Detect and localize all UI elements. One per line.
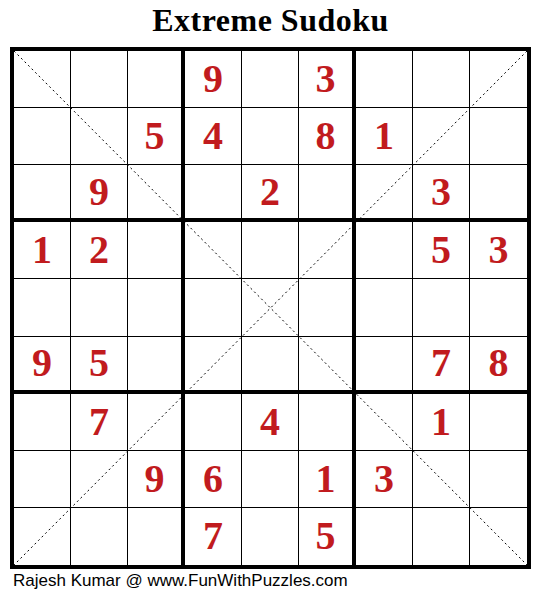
cell-r4c4-empty[interactable] bbox=[185, 222, 242, 279]
cell-r8c8-empty[interactable] bbox=[413, 451, 470, 508]
cell-r4c2-given[interactable]: 2 bbox=[71, 222, 128, 279]
cell-r6c1-given[interactable]: 9 bbox=[14, 337, 71, 394]
cell-r1c6-given[interactable]: 3 bbox=[299, 51, 356, 108]
cell-r2c2-empty[interactable] bbox=[71, 108, 128, 165]
cell-r1c5-empty[interactable] bbox=[242, 51, 299, 108]
puzzle-page: Extreme Sudoku 9354819231253957874196137… bbox=[0, 0, 541, 598]
cell-r1c2-empty[interactable] bbox=[71, 51, 128, 108]
cell-r1c8-empty[interactable] bbox=[413, 51, 470, 108]
cell-r8c1-empty[interactable] bbox=[14, 451, 71, 508]
cell-r9c9-empty[interactable] bbox=[470, 508, 527, 565]
cell-r1c3-empty[interactable] bbox=[128, 51, 185, 108]
cell-r4c9-given[interactable]: 3 bbox=[470, 222, 527, 279]
cell-r3c7-empty[interactable] bbox=[356, 165, 413, 222]
cell-r5c7-empty[interactable] bbox=[356, 279, 413, 336]
cell-r5c1-empty[interactable] bbox=[14, 279, 71, 336]
cell-r4c6-empty[interactable] bbox=[299, 222, 356, 279]
cell-r7c6-empty[interactable] bbox=[299, 394, 356, 451]
cell-r3c1-empty[interactable] bbox=[14, 165, 71, 222]
sudoku-grid: 93548192312539578741961375 bbox=[14, 51, 527, 565]
credit-text: Rajesh Kumar @ www.FunWithPuzzles.com bbox=[13, 571, 348, 591]
cell-r3c4-empty[interactable] bbox=[185, 165, 242, 222]
sudoku-board: 93548192312539578741961375 bbox=[10, 47, 531, 569]
cell-r5c8-empty[interactable] bbox=[413, 279, 470, 336]
cell-r7c9-empty[interactable] bbox=[470, 394, 527, 451]
cell-r7c7-empty[interactable] bbox=[356, 394, 413, 451]
cell-r8c6-given[interactable]: 1 bbox=[299, 451, 356, 508]
cell-r8c3-given[interactable]: 9 bbox=[128, 451, 185, 508]
cell-r8c2-empty[interactable] bbox=[71, 451, 128, 508]
cell-r3c6-empty[interactable] bbox=[299, 165, 356, 222]
cell-r6c8-given[interactable]: 7 bbox=[413, 337, 470, 394]
cell-r7c1-empty[interactable] bbox=[14, 394, 71, 451]
cell-r8c7-given[interactable]: 3 bbox=[356, 451, 413, 508]
cell-r5c9-empty[interactable] bbox=[470, 279, 527, 336]
cell-r9c6-given[interactable]: 5 bbox=[299, 508, 356, 565]
cell-r8c5-empty[interactable] bbox=[242, 451, 299, 508]
cell-r8c9-empty[interactable] bbox=[470, 451, 527, 508]
cell-r3c8-given[interactable]: 3 bbox=[413, 165, 470, 222]
cell-r4c5-empty[interactable] bbox=[242, 222, 299, 279]
cell-r4c1-given[interactable]: 1 bbox=[14, 222, 71, 279]
cell-r6c3-empty[interactable] bbox=[128, 337, 185, 394]
cell-r2c3-given[interactable]: 5 bbox=[128, 108, 185, 165]
puzzle-title: Extreme Sudoku bbox=[0, 2, 541, 39]
cell-r5c6-empty[interactable] bbox=[299, 279, 356, 336]
cell-r9c4-given[interactable]: 7 bbox=[185, 508, 242, 565]
cell-r2c8-empty[interactable] bbox=[413, 108, 470, 165]
cell-r9c1-empty[interactable] bbox=[14, 508, 71, 565]
cell-r7c8-given[interactable]: 1 bbox=[413, 394, 470, 451]
cell-r7c5-given[interactable]: 4 bbox=[242, 394, 299, 451]
cell-r6c4-empty[interactable] bbox=[185, 337, 242, 394]
cell-r4c8-given[interactable]: 5 bbox=[413, 222, 470, 279]
cell-r7c4-empty[interactable] bbox=[185, 394, 242, 451]
cell-r8c4-given[interactable]: 6 bbox=[185, 451, 242, 508]
cell-r9c3-empty[interactable] bbox=[128, 508, 185, 565]
cell-r3c3-empty[interactable] bbox=[128, 165, 185, 222]
cell-r6c2-given[interactable]: 5 bbox=[71, 337, 128, 394]
cell-r7c2-given[interactable]: 7 bbox=[71, 394, 128, 451]
cell-r6c9-given[interactable]: 8 bbox=[470, 337, 527, 394]
cell-r6c7-empty[interactable] bbox=[356, 337, 413, 394]
cell-r5c2-empty[interactable] bbox=[71, 279, 128, 336]
cell-r9c8-empty[interactable] bbox=[413, 508, 470, 565]
cell-r1c4-given[interactable]: 9 bbox=[185, 51, 242, 108]
cell-r2c4-given[interactable]: 4 bbox=[185, 108, 242, 165]
cell-r2c9-empty[interactable] bbox=[470, 108, 527, 165]
cell-r4c3-empty[interactable] bbox=[128, 222, 185, 279]
cell-r2c6-given[interactable]: 8 bbox=[299, 108, 356, 165]
cell-r9c7-empty[interactable] bbox=[356, 508, 413, 565]
cell-r1c1-empty[interactable] bbox=[14, 51, 71, 108]
cell-r5c3-empty[interactable] bbox=[128, 279, 185, 336]
cell-r2c5-empty[interactable] bbox=[242, 108, 299, 165]
cell-r1c7-empty[interactable] bbox=[356, 51, 413, 108]
cell-r6c5-empty[interactable] bbox=[242, 337, 299, 394]
cell-r5c5-empty[interactable] bbox=[242, 279, 299, 336]
cell-r3c5-given[interactable]: 2 bbox=[242, 165, 299, 222]
cell-r7c3-empty[interactable] bbox=[128, 394, 185, 451]
cell-r3c2-given[interactable]: 9 bbox=[71, 165, 128, 222]
cell-r2c7-given[interactable]: 1 bbox=[356, 108, 413, 165]
cell-r5c4-empty[interactable] bbox=[185, 279, 242, 336]
cell-r6c6-empty[interactable] bbox=[299, 337, 356, 394]
cell-r1c9-empty[interactable] bbox=[470, 51, 527, 108]
cell-r9c2-empty[interactable] bbox=[71, 508, 128, 565]
cell-r4c7-empty[interactable] bbox=[356, 222, 413, 279]
cell-r2c1-empty[interactable] bbox=[14, 108, 71, 165]
cell-r3c9-empty[interactable] bbox=[470, 165, 527, 222]
cell-r9c5-empty[interactable] bbox=[242, 508, 299, 565]
